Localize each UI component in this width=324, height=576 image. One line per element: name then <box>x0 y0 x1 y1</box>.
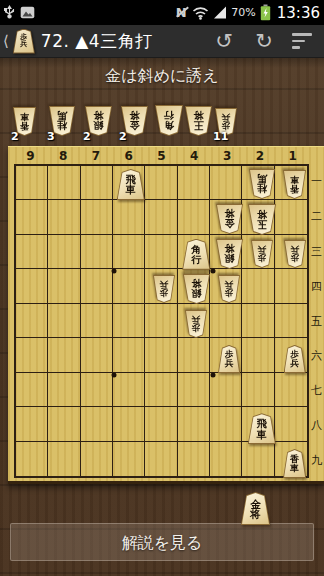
rank-label: 九 <box>309 443 324 478</box>
square-2六[interactable] <box>242 338 274 372</box>
usb-icon <box>4 5 15 20</box>
proverb-subtitle: 金は斜めに誘え <box>0 58 324 92</box>
square-7四[interactable] <box>81 269 113 303</box>
status-bar: N 70% 13:36 <box>0 0 324 25</box>
square-9七[interactable] <box>16 373 48 407</box>
rank-label: 五 <box>309 304 324 339</box>
hand-piece-count: 11 <box>213 130 228 143</box>
undo-icon[interactable]: ↺ <box>212 31 236 52</box>
rank-label: 二 <box>309 199 324 234</box>
square-8四[interactable] <box>48 269 80 303</box>
gote-piece[interactable]: 桂馬 <box>249 169 275 199</box>
file-coordinates: 987654321 <box>14 147 309 164</box>
battery-percent: 70% <box>231 6 255 19</box>
square-9二[interactable] <box>16 200 48 234</box>
file-label: 1 <box>276 147 309 164</box>
star-point <box>112 373 117 378</box>
square-4六[interactable] <box>178 338 210 372</box>
move-title: 72. ▲4三角打 <box>41 30 153 53</box>
signal-icon <box>213 6 227 19</box>
file-label: 7 <box>80 147 113 164</box>
square-3七[interactable] <box>210 373 242 407</box>
square-8七[interactable] <box>48 373 80 407</box>
square-8九[interactable] <box>48 442 80 476</box>
file-label: 3 <box>211 147 244 164</box>
square-6六[interactable] <box>113 338 145 372</box>
square-7九[interactable] <box>81 442 113 476</box>
battery-icon <box>260 4 271 21</box>
gote-piece[interactable]: 玉将 <box>248 204 276 235</box>
square-1五[interactable] <box>275 304 307 338</box>
rank-label: 七 <box>309 373 324 408</box>
square-7三[interactable] <box>81 235 113 269</box>
square-6八[interactable] <box>113 407 145 441</box>
rank-label: 一 <box>309 164 324 199</box>
sente-piece[interactable]: 香車 <box>283 449 306 478</box>
board-grid: 飛車 桂馬 香車 金将 玉将 角行 銀将 歩兵 歩兵 歩兵 銀将 歩兵 歩兵 歩… <box>14 164 309 478</box>
square-8五[interactable] <box>48 304 80 338</box>
hand-piece-count: 3 <box>47 130 55 143</box>
rank-label: 三 <box>309 234 324 269</box>
star-point <box>210 268 215 273</box>
square-6七[interactable] <box>113 373 145 407</box>
hand-piece-count: 2 <box>119 130 127 143</box>
square-8二[interactable] <box>48 200 80 234</box>
app-screen: N 70% 13:36 ⟨ 歩兵 72. ▲4三角打 ↺ ↻ 金は斜めに誘え 香… <box>0 0 324 576</box>
gote-piece[interactable]: 香車 <box>283 170 306 199</box>
gote-piece[interactable]: 歩兵 <box>218 275 240 303</box>
sente-piece[interactable]: 歩兵 <box>218 345 240 373</box>
sente-piece[interactable]: 角行 <box>182 239 210 270</box>
app-shogi-piece-icon[interactable]: 歩兵 <box>13 29 35 54</box>
redo-icon[interactable]: ↻ <box>252 31 276 52</box>
square-9五[interactable] <box>16 304 48 338</box>
square-6五[interactable] <box>113 304 145 338</box>
square-1二[interactable] <box>275 200 307 234</box>
square-2五[interactable] <box>242 304 274 338</box>
menu-icon[interactable] <box>292 33 314 49</box>
shogi-board: 987654321 一二三四五六七八九 飛車 桂馬 香車 金将 玉将 角行 銀将… <box>8 146 324 484</box>
square-3九[interactable] <box>210 442 242 476</box>
file-label: 2 <box>243 147 276 164</box>
square-1七[interactable] <box>275 373 307 407</box>
rank-label: 六 <box>309 338 324 373</box>
sente-piece[interactable]: 飛車 <box>248 413 276 444</box>
square-4九[interactable] <box>178 442 210 476</box>
square-5二[interactable] <box>145 200 177 234</box>
square-6四[interactable] <box>113 269 145 303</box>
square-4一[interactable] <box>178 166 210 200</box>
square-6二[interactable] <box>113 200 145 234</box>
file-label: 4 <box>178 147 211 164</box>
square-5一[interactable] <box>145 166 177 200</box>
hand-piece-count: 2 <box>83 130 91 143</box>
square-8八[interactable] <box>48 407 80 441</box>
square-3一[interactable] <box>210 166 242 200</box>
square-4七[interactable] <box>178 373 210 407</box>
file-label: 6 <box>112 147 145 164</box>
file-label: 5 <box>145 147 178 164</box>
square-6三[interactable] <box>113 235 145 269</box>
back-chevron-icon[interactable]: ⟨ <box>0 32 11 50</box>
square-8三[interactable] <box>48 235 80 269</box>
gote-piece[interactable]: 王将 <box>185 106 212 136</box>
square-2四[interactable] <box>242 269 274 303</box>
square-7七[interactable] <box>81 373 113 407</box>
sente-piece[interactable]: 歩兵 <box>284 345 306 373</box>
square-5九[interactable] <box>145 442 177 476</box>
square-3八[interactable] <box>210 407 242 441</box>
sente-piece[interactable]: 飛車 <box>117 169 145 200</box>
gote-piece[interactable]: 銀将 <box>183 274 210 304</box>
view-commentary-button[interactable]: 解説を見る <box>10 523 314 561</box>
square-9一[interactable] <box>16 166 48 200</box>
file-label: 8 <box>47 147 80 164</box>
square-9六[interactable] <box>16 338 48 372</box>
square-4二[interactable] <box>178 200 210 234</box>
square-9九[interactable] <box>16 442 48 476</box>
sente-piece[interactable]: 金将 <box>241 492 270 525</box>
square-5八[interactable] <box>145 407 177 441</box>
square-9三[interactable] <box>16 235 48 269</box>
gote-piece[interactable]: 金将 <box>216 204 243 234</box>
square-3五[interactable] <box>210 304 242 338</box>
square-5七[interactable] <box>145 373 177 407</box>
square-5三[interactable] <box>145 235 177 269</box>
star-point <box>210 373 215 378</box>
square-9八[interactable] <box>16 407 48 441</box>
rank-label: 四 <box>309 269 324 304</box>
square-8六[interactable] <box>48 338 80 372</box>
screenshot-icon <box>20 6 35 19</box>
square-7五[interactable] <box>81 304 113 338</box>
square-5五[interactable] <box>145 304 177 338</box>
square-7六[interactable] <box>81 338 113 372</box>
square-2七[interactable] <box>242 373 274 407</box>
clock: 13:36 <box>277 4 320 22</box>
gote-piece[interactable]: 歩兵 <box>251 240 273 268</box>
square-1八[interactable] <box>275 407 307 441</box>
square-7八[interactable] <box>81 407 113 441</box>
wifi-icon <box>192 6 209 20</box>
square-7二[interactable] <box>81 200 113 234</box>
square-2九[interactable] <box>242 442 274 476</box>
gote-piece[interactable]: 歩兵 <box>284 240 306 268</box>
square-1四[interactable] <box>275 269 307 303</box>
star-point <box>112 268 117 273</box>
file-label: 9 <box>14 147 47 164</box>
gote-piece[interactable]: 歩兵 <box>185 310 207 338</box>
square-6九[interactable] <box>113 442 145 476</box>
gote-piece[interactable]: 角行 <box>155 105 183 136</box>
nfc-off-icon: N <box>174 5 188 20</box>
rank-label: 八 <box>309 408 324 443</box>
square-8一[interactable] <box>48 166 80 200</box>
hand-piece-count: 2 <box>11 130 19 143</box>
square-4八[interactable] <box>178 407 210 441</box>
square-5六[interactable] <box>145 338 177 372</box>
rank-coordinates: 一二三四五六七八九 <box>309 164 324 478</box>
gote-piece[interactable]: 銀将 <box>216 239 243 269</box>
toolbar: ⟨ 歩兵 72. ▲4三角打 ↺ ↻ <box>0 25 324 58</box>
square-9四[interactable] <box>16 269 48 303</box>
square-7一[interactable] <box>81 166 113 200</box>
gote-piece[interactable]: 歩兵 <box>153 275 175 303</box>
